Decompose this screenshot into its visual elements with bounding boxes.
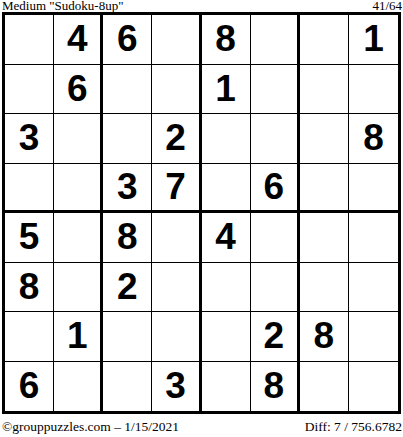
footer: ©grouppuzzles.com – 1/15/2021 Diff: 7 / … [2,420,402,434]
cell-r2c7[interactable] [300,65,349,115]
cell-r4c5[interactable] [202,164,251,214]
cell-r3c8[interactable]: 8 [349,114,398,164]
page-title: Medium "Sudoku-8up" [2,0,123,12]
cell-r1c4[interactable] [152,15,201,65]
cell-r8c8[interactable] [349,362,398,412]
cell-r3c4[interactable]: 2 [152,114,201,164]
cell-r7c4[interactable] [152,312,201,362]
cell-r7c8[interactable] [349,312,398,362]
cell-r4c1[interactable] [5,164,54,214]
cell-r6c7[interactable] [300,263,349,313]
cell-r1c3[interactable]: 6 [103,15,152,65]
cell-r5c7[interactable] [300,213,349,263]
cell-r1c7[interactable] [300,15,349,65]
sudoku-board: 46816132837658482128638 [2,12,401,414]
cell-r7c5[interactable] [202,312,251,362]
cell-r2c8[interactable] [349,65,398,115]
cell-r5c4[interactable] [152,213,201,263]
cell-r6c2[interactable] [54,263,103,313]
cell-r1c8[interactable]: 1 [349,15,398,65]
cell-r8c3[interactable] [103,362,152,412]
cell-r5c1[interactable]: 5 [5,213,54,263]
cell-r6c4[interactable] [152,263,201,313]
cell-r4c2[interactable] [54,164,103,214]
cell-r6c3[interactable]: 2 [103,263,152,313]
cell-r2c5[interactable]: 1 [202,65,251,115]
cell-r5c6[interactable] [251,213,300,263]
cell-r4c4[interactable]: 7 [152,164,201,214]
cell-r6c1[interactable]: 8 [5,263,54,313]
cell-r2c1[interactable] [5,65,54,115]
cell-r4c8[interactable] [349,164,398,214]
cell-r8c4[interactable]: 3 [152,362,201,412]
cell-r7c6[interactable]: 2 [251,312,300,362]
cell-r6c6[interactable] [251,263,300,313]
cell-r6c5[interactable] [202,263,251,313]
cell-r8c5[interactable] [202,362,251,412]
cell-r4c6[interactable]: 6 [251,164,300,214]
cell-r7c3[interactable] [103,312,152,362]
difficulty-text: Diff: 7 / 756.6782 [305,420,402,434]
cell-r6c8[interactable] [349,263,398,313]
cell-r5c5[interactable]: 4 [202,213,251,263]
cell-r5c3[interactable]: 8 [103,213,152,263]
cell-r3c1[interactable]: 3 [5,114,54,164]
cell-r2c2[interactable]: 6 [54,65,103,115]
cell-r1c1[interactable] [5,15,54,65]
cell-r3c3[interactable] [103,114,152,164]
cell-r3c2[interactable] [54,114,103,164]
cell-r3c6[interactable] [251,114,300,164]
cell-r1c6[interactable] [251,15,300,65]
cell-r7c1[interactable] [5,312,54,362]
cell-r2c6[interactable] [251,65,300,115]
cell-r3c7[interactable] [300,114,349,164]
header: Medium "Sudoku-8up" 41/64 [2,0,402,12]
puzzle-counter: 41/64 [372,0,402,12]
cell-r1c5[interactable]: 8 [202,15,251,65]
cell-r4c3[interactable]: 3 [103,164,152,214]
cell-r7c2[interactable]: 1 [54,312,103,362]
cell-r5c2[interactable] [54,213,103,263]
cell-r5c8[interactable] [349,213,398,263]
cell-r8c2[interactable] [54,362,103,412]
cell-r3c5[interactable] [202,114,251,164]
puzzle-page: Medium "Sudoku-8up" 41/64 46816132837658… [0,0,403,437]
copyright-text: ©grouppuzzles.com – 1/15/2021 [2,420,179,434]
cell-r8c7[interactable] [300,362,349,412]
cell-r7c7[interactable]: 8 [300,312,349,362]
cell-r2c3[interactable] [103,65,152,115]
cell-r8c6[interactable]: 8 [251,362,300,412]
cell-r4c7[interactable] [300,164,349,214]
cell-r1c2[interactable]: 4 [54,15,103,65]
cell-r2c4[interactable] [152,65,201,115]
cell-r8c1[interactable]: 6 [5,362,54,412]
